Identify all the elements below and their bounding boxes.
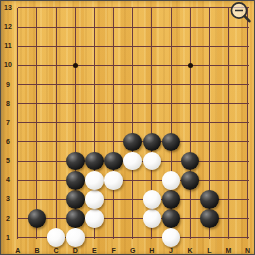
board-horizontal-line <box>18 27 249 28</box>
column-label-E: E <box>88 247 100 255</box>
board-vertical-line <box>190 8 191 239</box>
white-stone-H3[interactable] <box>143 190 162 209</box>
black-stone-D3[interactable] <box>66 190 85 209</box>
row-label-13: 13 <box>2 4 15 12</box>
row-label-9: 9 <box>2 81 15 89</box>
black-stone-L3[interactable] <box>200 190 219 209</box>
black-stone-L2[interactable] <box>200 209 219 228</box>
black-stone-D4[interactable] <box>66 171 85 190</box>
white-stone-D1[interactable] <box>66 228 85 247</box>
black-stone-D2[interactable] <box>66 209 85 228</box>
black-stone-D5[interactable] <box>66 152 85 171</box>
board-horizontal-line <box>18 103 249 104</box>
column-label-M: M <box>222 247 234 255</box>
black-stone-K5[interactable] <box>181 152 200 171</box>
black-stone-B2[interactable] <box>28 209 47 228</box>
white-stone-E3[interactable] <box>85 190 104 209</box>
column-label-H: H <box>146 247 158 255</box>
white-stone-E2[interactable] <box>85 209 104 228</box>
white-stone-E4[interactable] <box>85 171 104 190</box>
column-label-F: F <box>108 247 120 255</box>
row-label-10: 10 <box>2 61 15 69</box>
board-horizontal-line <box>18 180 249 181</box>
row-label-11: 11 <box>2 42 15 50</box>
row-label-6: 6 <box>2 138 15 146</box>
row-label-5: 5 <box>2 157 15 165</box>
column-label-G: G <box>127 247 139 255</box>
column-label-L: L <box>203 247 215 255</box>
column-label-B: B <box>31 247 43 255</box>
white-stone-J1[interactable] <box>162 228 181 247</box>
row-label-2: 2 <box>2 215 15 223</box>
black-stone-J3[interactable] <box>162 190 181 209</box>
board-horizontal-line <box>18 122 249 123</box>
column-label-D: D <box>69 247 81 255</box>
go-app-screen: ABCDEFGHJKLMN12345678910111213 <box>0 0 255 255</box>
row-label-7: 7 <box>2 119 15 127</box>
zoom-out-icon[interactable] <box>228 1 252 25</box>
column-label-A: A <box>12 247 24 255</box>
black-stone-F5[interactable] <box>104 152 123 171</box>
black-stone-E5[interactable] <box>85 152 104 171</box>
black-stone-J2[interactable] <box>162 209 181 228</box>
board-horizontal-line <box>18 46 249 47</box>
board-horizontal-line <box>18 7 249 8</box>
row-label-8: 8 <box>2 100 15 108</box>
black-stone-G6[interactable] <box>123 133 142 152</box>
star-point-K10 <box>188 63 193 68</box>
column-label-N: N <box>242 247 254 255</box>
black-stone-J6[interactable] <box>162 133 181 152</box>
row-label-12: 12 <box>2 23 15 31</box>
row-label-1: 1 <box>2 234 15 242</box>
white-stone-J4[interactable] <box>162 171 181 190</box>
board-horizontal-line <box>18 65 249 66</box>
column-label-C: C <box>50 247 62 255</box>
white-stone-F4[interactable] <box>104 171 123 190</box>
row-label-4: 4 <box>2 176 15 184</box>
board-horizontal-line <box>18 84 249 85</box>
white-stone-H2[interactable] <box>143 209 162 228</box>
column-label-J: J <box>165 247 177 255</box>
white-stone-G5[interactable] <box>123 152 142 171</box>
board-vertical-line <box>228 8 229 239</box>
black-stone-K4[interactable] <box>181 171 200 190</box>
column-label-K: K <box>184 247 196 255</box>
row-label-3: 3 <box>2 195 15 203</box>
board-vertical-line <box>247 8 248 239</box>
white-stone-H5[interactable] <box>143 152 162 171</box>
black-stone-H6[interactable] <box>143 133 162 152</box>
star-point-D10 <box>73 63 78 68</box>
white-stone-C1[interactable] <box>47 228 66 247</box>
